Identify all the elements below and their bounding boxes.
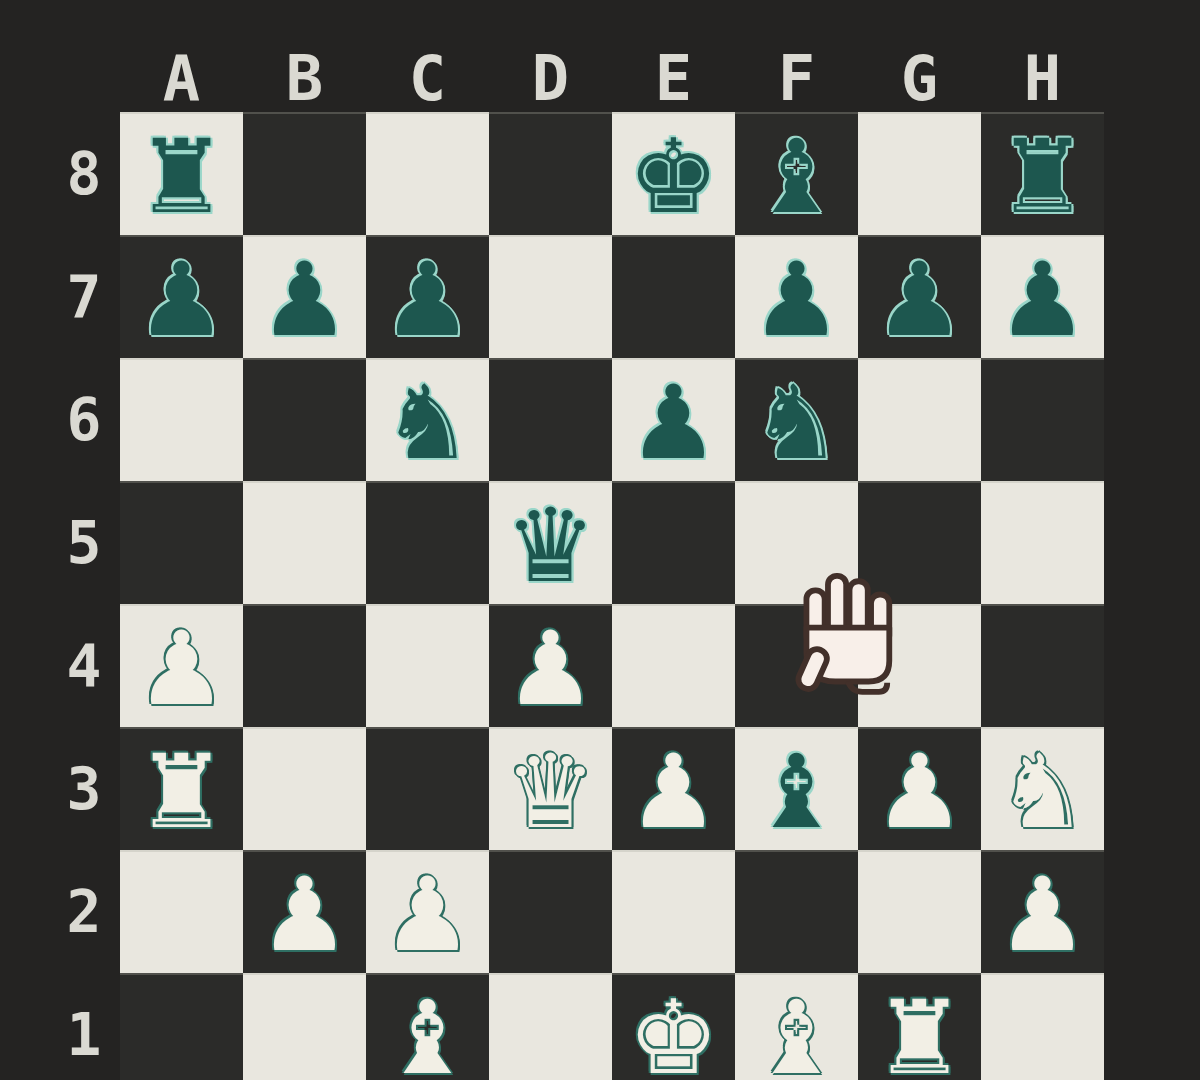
square-d2[interactable] [489,850,612,973]
file-label-a: A [120,42,243,115]
square-g2[interactable] [858,850,981,973]
file-label-c: C [366,42,489,115]
square-b1[interactable] [243,973,366,1080]
file-label-d: D [489,42,612,115]
square-a3[interactable]: ♜ [120,727,243,850]
white-knight: ♞ [981,730,1104,853]
black-pawn: ♟ [612,361,735,484]
square-f5[interactable] [735,481,858,604]
black-pawn: ♟ [120,238,243,361]
black-bishop: ♝ [735,115,858,238]
black-king: ♚ [612,115,735,238]
square-a4[interactable]: ♟ [120,604,243,727]
rank-label-2: 2 [52,850,116,973]
square-e1[interactable]: ♚ [612,973,735,1080]
black-pawn: ♟ [243,238,366,361]
white-bishop: ♝ [366,976,489,1080]
square-g6[interactable] [858,358,981,481]
white-pawn: ♟ [489,607,612,730]
black-knight: ♞ [366,361,489,484]
square-e4[interactable] [612,604,735,727]
square-h8[interactable]: ♜ [981,112,1104,235]
square-f3[interactable]: ♝ [735,727,858,850]
square-d7[interactable] [489,235,612,358]
black-pawn: ♟ [735,238,858,361]
square-h2[interactable]: ♟ [981,850,1104,973]
square-f4[interactable] [735,604,858,727]
square-e8[interactable]: ♚ [612,112,735,235]
square-b2[interactable]: ♟ [243,850,366,973]
square-d5[interactable]: ♛ [489,481,612,604]
file-label-g: G [858,42,981,115]
square-g4[interactable] [858,604,981,727]
square-a1[interactable] [120,973,243,1080]
square-a6[interactable] [120,358,243,481]
square-f2[interactable] [735,850,858,973]
rank-label-7: 7 [52,235,116,358]
rank-label-8: 8 [52,112,116,235]
square-b5[interactable] [243,481,366,604]
white-rook: ♜ [120,730,243,853]
rank-label-6: 6 [52,358,116,481]
square-c4[interactable] [366,604,489,727]
square-b7[interactable]: ♟ [243,235,366,358]
square-d1[interactable] [489,973,612,1080]
square-a2[interactable] [120,850,243,973]
square-f8[interactable]: ♝ [735,112,858,235]
black-queen: ♛ [489,484,612,607]
square-e2[interactable] [612,850,735,973]
square-c8[interactable] [366,112,489,235]
file-label-h: H [981,42,1104,115]
square-g8[interactable] [858,112,981,235]
square-c6[interactable]: ♞ [366,358,489,481]
chess-board: ♜♚♝♜♟♟♟♟♟♟♞♟♞♛♟♟♜♛♟♝♟♞♟♟♟♝♚♝♜ [120,112,1104,1080]
square-b8[interactable] [243,112,366,235]
square-a8[interactable]: ♜ [120,112,243,235]
square-b4[interactable] [243,604,366,727]
square-g7[interactable]: ♟ [858,235,981,358]
black-pawn: ♟ [366,238,489,361]
square-e7[interactable] [612,235,735,358]
rank-labels: 87654321 [52,112,116,1080]
square-d8[interactable] [489,112,612,235]
square-g3[interactable]: ♟ [858,727,981,850]
white-king: ♚ [612,976,735,1080]
square-g5[interactable] [858,481,981,604]
square-c7[interactable]: ♟ [366,235,489,358]
white-pawn: ♟ [243,853,366,976]
square-f1[interactable]: ♝ [735,973,858,1080]
black-bishop: ♝ [735,730,858,853]
black-pawn: ♟ [981,238,1104,361]
square-h6[interactable] [981,358,1104,481]
white-queen: ♛ [489,730,612,853]
square-e6[interactable]: ♟ [612,358,735,481]
file-label-b: B [243,42,366,115]
rank-label-3: 3 [52,727,116,850]
square-a5[interactable] [120,481,243,604]
square-h7[interactable]: ♟ [981,235,1104,358]
square-e3[interactable]: ♟ [612,727,735,850]
square-c3[interactable] [366,727,489,850]
file-label-f: F [735,42,858,115]
square-e5[interactable] [612,481,735,604]
rank-label-4: 4 [52,604,116,727]
square-h4[interactable] [981,604,1104,727]
black-rook: ♜ [981,115,1104,238]
white-pawn: ♟ [120,607,243,730]
square-d3[interactable]: ♛ [489,727,612,850]
white-pawn: ♟ [981,853,1104,976]
black-knight: ♞ [735,361,858,484]
black-rook: ♜ [120,115,243,238]
black-pawn: ♟ [858,238,981,361]
white-rook: ♜ [858,976,981,1080]
rank-label-5: 5 [52,481,116,604]
square-c5[interactable] [366,481,489,604]
file-labels: ABCDEFGH [120,42,1104,106]
square-g1[interactable]: ♜ [858,973,981,1080]
square-f7[interactable]: ♟ [735,235,858,358]
white-bishop: ♝ [735,976,858,1080]
square-c1[interactable]: ♝ [366,973,489,1080]
square-f6[interactable]: ♞ [735,358,858,481]
square-b3[interactable] [243,727,366,850]
square-b6[interactable] [243,358,366,481]
white-pawn: ♟ [366,853,489,976]
square-h1[interactable] [981,973,1104,1080]
square-c2[interactable]: ♟ [366,850,489,973]
square-d6[interactable] [489,358,612,481]
square-h3[interactable]: ♞ [981,727,1104,850]
file-label-e: E [612,42,735,115]
square-h5[interactable] [981,481,1104,604]
white-pawn: ♟ [858,730,981,853]
square-d4[interactable]: ♟ [489,604,612,727]
square-a7[interactable]: ♟ [120,235,243,358]
rank-label-1: 1 [52,973,116,1080]
white-pawn: ♟ [612,730,735,853]
